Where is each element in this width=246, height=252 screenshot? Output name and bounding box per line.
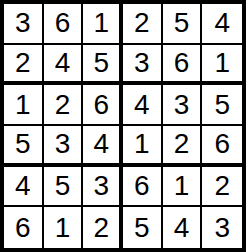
cell-r3c5[interactable]: 3	[163, 85, 203, 126]
cell-r4c2[interactable]: 3	[44, 126, 84, 167]
cell-r1c4[interactable]: 2	[123, 4, 163, 45]
cell-r3c3[interactable]: 6	[83, 85, 123, 126]
cell-r3c1[interactable]: 1	[4, 85, 44, 126]
cell-r2c4[interactable]: 3	[123, 45, 163, 86]
cell-r5c5[interactable]: 1	[163, 167, 203, 208]
cell-r6c5[interactable]: 4	[163, 207, 203, 248]
cell-r5c4[interactable]: 6	[123, 167, 163, 208]
cell-r2c1[interactable]: 2	[4, 45, 44, 86]
cell-r5c3[interactable]: 3	[83, 167, 123, 208]
cell-r2c5[interactable]: 6	[163, 45, 203, 86]
cell-r4c1[interactable]: 5	[4, 126, 44, 167]
cell-r6c2[interactable]: 1	[44, 207, 84, 248]
cell-r6c3[interactable]: 2	[83, 207, 123, 248]
cell-r5c1[interactable]: 4	[4, 167, 44, 208]
cell-r6c6[interactable]: 3	[202, 207, 242, 248]
cell-r3c4[interactable]: 4	[123, 85, 163, 126]
cell-r2c6[interactable]: 1	[202, 45, 242, 86]
cell-r4c3[interactable]: 4	[83, 126, 123, 167]
cell-r2c2[interactable]: 4	[44, 45, 84, 86]
cell-r6c1[interactable]: 6	[4, 207, 44, 248]
cell-r1c6[interactable]: 4	[202, 4, 242, 45]
cell-r3c2[interactable]: 2	[44, 85, 84, 126]
cell-r5c2[interactable]: 5	[44, 167, 84, 208]
cell-r3c6[interactable]: 5	[202, 85, 242, 126]
cell-r1c5[interactable]: 5	[163, 4, 203, 45]
cell-r1c1[interactable]: 3	[4, 4, 44, 45]
cell-r4c5[interactable]: 2	[163, 126, 203, 167]
cell-r1c3[interactable]: 1	[83, 4, 123, 45]
sudoku-board: 361254245361126435534126453612612543	[0, 0, 246, 252]
cell-r6c4[interactable]: 5	[123, 207, 163, 248]
cell-r5c6[interactable]: 2	[202, 167, 242, 208]
cell-r4c4[interactable]: 1	[123, 126, 163, 167]
cell-r2c3[interactable]: 5	[83, 45, 123, 86]
cell-r4c6[interactable]: 6	[202, 126, 242, 167]
cell-r1c2[interactable]: 6	[44, 4, 84, 45]
